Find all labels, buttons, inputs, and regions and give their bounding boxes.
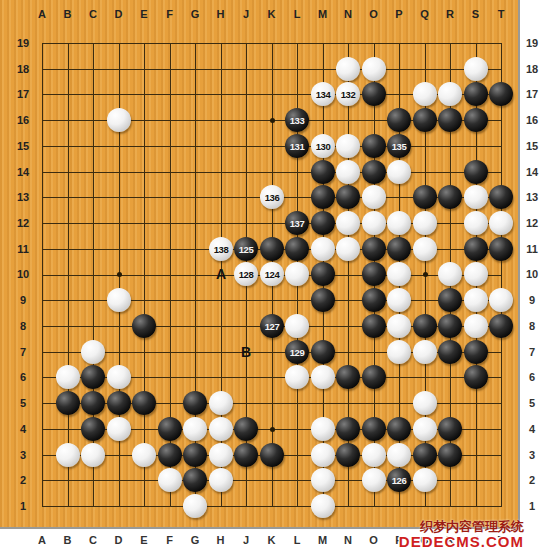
stone-white-H3 xyxy=(209,443,233,467)
label-mark-B: B xyxy=(234,340,258,364)
stone-black-P16 xyxy=(387,108,411,132)
stone-white-Q4 xyxy=(413,417,437,441)
star-point-K4 xyxy=(270,427,275,432)
row-label-left-18: 18 xyxy=(12,62,34,76)
stone-black-S17 xyxy=(464,82,488,106)
stone-black-M14 xyxy=(311,160,335,184)
stone-white-O18 xyxy=(362,57,386,81)
stone-white-Q2 xyxy=(413,468,437,492)
stone-black-S7 xyxy=(464,340,488,364)
stone-white-H4 xyxy=(209,417,233,441)
stone-black-M10 xyxy=(311,262,335,286)
row-label-right-1: 1 xyxy=(521,499,543,513)
stone-black-R3 xyxy=(438,443,462,467)
stone-white-M3 xyxy=(311,443,335,467)
stone-white-S12 xyxy=(464,211,488,235)
stone-white-P3 xyxy=(387,443,411,467)
row-label-left-9: 9 xyxy=(12,293,34,307)
row-label-right-5: 5 xyxy=(521,396,543,410)
col-label-top-H: H xyxy=(210,7,232,21)
stone-white-O2 xyxy=(362,468,386,492)
stone-black-S11 xyxy=(464,237,488,261)
col-label-top-K: K xyxy=(261,7,283,21)
stone-white-F2 xyxy=(158,468,182,492)
row-label-right-13: 13 xyxy=(521,190,543,204)
stone-black-E8 xyxy=(132,314,156,338)
stone-black-O9 xyxy=(362,288,386,312)
col-label-top-F: F xyxy=(159,7,181,21)
col-label-bottom-K: K xyxy=(261,533,283,547)
col-label-bottom-L: L xyxy=(286,533,308,547)
stone-black-S14 xyxy=(464,160,488,184)
stone-white-P8 xyxy=(387,314,411,338)
col-label-top-P: P xyxy=(388,7,410,21)
row-label-right-14: 14 xyxy=(521,165,543,179)
stone-white-O12 xyxy=(362,211,386,235)
stone-black-G5 xyxy=(183,391,207,415)
row-label-right-2: 2 xyxy=(521,473,543,487)
star-point-D10 xyxy=(117,272,122,277)
stone-black-S16 xyxy=(464,108,488,132)
stone-white-L6 xyxy=(285,365,309,389)
stone-black-O17 xyxy=(362,82,386,106)
go-diagram-page: AABBCCDDEEFFGGHHJJKKLLMMNNOOPPQQRRSSTT19… xyxy=(0,0,550,550)
row-label-left-14: 14 xyxy=(12,165,34,179)
stone-white-M1 xyxy=(311,494,335,518)
stone-black-C4 xyxy=(81,417,105,441)
stone-black-F4 xyxy=(158,417,182,441)
stone-black-Q16 xyxy=(413,108,437,132)
stone-black-T17 xyxy=(489,82,513,106)
stone-white-B6 xyxy=(56,365,80,389)
row-label-left-19: 19 xyxy=(12,36,34,50)
row-label-right-12: 12 xyxy=(521,216,543,230)
row-label-left-1: 1 xyxy=(12,499,34,513)
stone-black-N4 xyxy=(336,417,360,441)
stone-white-D6 xyxy=(107,365,131,389)
stone-black-O6 xyxy=(362,365,386,389)
stone-black-M9 xyxy=(311,288,335,312)
stone-white-M17: 134 xyxy=(311,82,335,106)
stone-white-S18 xyxy=(464,57,488,81)
row-label-right-19: 19 xyxy=(521,36,543,50)
stone-white-O3 xyxy=(362,443,386,467)
stone-white-D4 xyxy=(107,417,131,441)
watermark-chinese-text: 织梦内容管理系统 xyxy=(399,519,524,534)
stone-white-G1 xyxy=(183,494,207,518)
stone-black-M12 xyxy=(311,211,335,235)
stone-white-T12 xyxy=(489,211,513,235)
stone-white-M15: 130 xyxy=(311,134,335,158)
stone-white-H5 xyxy=(209,391,233,415)
col-label-bottom-N: N xyxy=(337,533,359,547)
stone-black-S6 xyxy=(464,365,488,389)
stone-white-N12 xyxy=(336,211,360,235)
row-label-left-10: 10 xyxy=(12,267,34,281)
row-label-left-5: 5 xyxy=(12,396,34,410)
stone-black-R4 xyxy=(438,417,462,441)
row-label-left-8: 8 xyxy=(12,319,34,333)
col-label-bottom-M: M xyxy=(312,533,334,547)
stone-black-E5 xyxy=(132,391,156,415)
stone-black-Q3 xyxy=(413,443,437,467)
stone-black-D5 xyxy=(107,391,131,415)
stone-white-N14 xyxy=(336,160,360,184)
col-label-top-T: T xyxy=(490,7,512,21)
row-label-right-10: 10 xyxy=(521,267,543,281)
stone-black-K3 xyxy=(260,443,284,467)
stone-white-H2 xyxy=(209,468,233,492)
stone-black-G2 xyxy=(183,468,207,492)
stone-white-C7 xyxy=(81,340,105,364)
stone-white-J10: 128 xyxy=(234,262,258,286)
col-label-top-A: A xyxy=(31,7,53,21)
row-label-left-3: 3 xyxy=(12,448,34,462)
label-mark-A: A xyxy=(209,262,233,286)
stone-white-Q17 xyxy=(413,82,437,106)
row-label-right-18: 18 xyxy=(521,62,543,76)
col-label-bottom-E: E xyxy=(133,533,155,547)
stone-white-N15 xyxy=(336,134,360,158)
row-label-right-17: 17 xyxy=(521,87,543,101)
row-label-left-2: 2 xyxy=(12,473,34,487)
stone-black-Q8 xyxy=(413,314,437,338)
star-point-Q10 xyxy=(423,272,428,277)
stone-black-M7 xyxy=(311,340,335,364)
stone-white-Q5 xyxy=(413,391,437,415)
col-label-top-O: O xyxy=(363,7,385,21)
stone-white-S10 xyxy=(464,262,488,286)
stone-black-C6 xyxy=(81,365,105,389)
stone-white-M11 xyxy=(311,237,335,261)
stone-black-J4 xyxy=(234,417,258,441)
row-label-right-16: 16 xyxy=(521,113,543,127)
col-label-top-L: L xyxy=(286,7,308,21)
stone-white-P7 xyxy=(387,340,411,364)
row-label-right-15: 15 xyxy=(521,139,543,153)
col-label-bottom-F: F xyxy=(159,533,181,547)
col-label-top-R: R xyxy=(439,7,461,21)
stone-white-N11 xyxy=(336,237,360,261)
row-label-left-12: 12 xyxy=(12,216,34,230)
stone-black-R7 xyxy=(438,340,462,364)
stone-black-R9 xyxy=(438,288,462,312)
stone-black-P11 xyxy=(387,237,411,261)
stone-black-R16 xyxy=(438,108,462,132)
stone-white-S9 xyxy=(464,288,488,312)
col-label-bottom-G: G xyxy=(184,533,206,547)
stone-black-O11 xyxy=(362,237,386,261)
stone-white-P10 xyxy=(387,262,411,286)
row-label-right-8: 8 xyxy=(521,319,543,333)
stone-black-N13 xyxy=(336,185,360,209)
watermark-site-text: DEDECMS.COM xyxy=(399,534,524,549)
col-label-top-E: E xyxy=(133,7,155,21)
col-label-bottom-D: D xyxy=(108,533,130,547)
stone-white-L8 xyxy=(285,314,309,338)
stone-white-Q7 xyxy=(413,340,437,364)
row-label-left-11: 11 xyxy=(12,242,34,256)
stone-white-P12 xyxy=(387,211,411,235)
stone-black-P15: 135 xyxy=(387,134,411,158)
stone-black-O8 xyxy=(362,314,386,338)
col-label-top-Q: Q xyxy=(414,7,436,21)
col-label-bottom-C: C xyxy=(82,533,104,547)
stone-black-K8: 127 xyxy=(260,314,284,338)
row-label-left-4: 4 xyxy=(12,422,34,436)
stone-black-B5 xyxy=(56,391,80,415)
stone-white-Q12 xyxy=(413,211,437,235)
stone-black-J11: 125 xyxy=(234,237,258,261)
col-label-top-B: B xyxy=(57,7,79,21)
col-label-top-S: S xyxy=(465,7,487,21)
col-label-bottom-A: A xyxy=(31,533,53,547)
stone-white-R17 xyxy=(438,82,462,106)
stone-black-T8 xyxy=(489,314,513,338)
col-label-bottom-O: O xyxy=(363,533,385,547)
col-label-bottom-B: B xyxy=(57,533,79,547)
stone-white-T9 xyxy=(489,288,513,312)
col-label-bottom-H: H xyxy=(210,533,232,547)
stone-white-D9 xyxy=(107,288,131,312)
stone-black-T13 xyxy=(489,185,513,209)
col-label-bottom-J: J xyxy=(235,533,257,547)
col-label-top-N: N xyxy=(337,7,359,21)
row-label-left-17: 17 xyxy=(12,87,34,101)
star-point-K16 xyxy=(270,118,275,123)
stone-black-P2: 126 xyxy=(387,468,411,492)
row-label-right-3: 3 xyxy=(521,448,543,462)
stone-black-G3 xyxy=(183,443,207,467)
row-label-right-7: 7 xyxy=(521,345,543,359)
row-label-left-16: 16 xyxy=(12,113,34,127)
stone-black-J3 xyxy=(234,443,258,467)
stone-black-P4 xyxy=(387,417,411,441)
stone-black-L15: 131 xyxy=(285,134,309,158)
col-label-top-C: C xyxy=(82,7,104,21)
row-label-left-7: 7 xyxy=(12,345,34,359)
row-label-right-6: 6 xyxy=(521,370,543,384)
stone-white-M6 xyxy=(311,365,335,389)
stone-white-C3 xyxy=(81,443,105,467)
stone-black-C5 xyxy=(81,391,105,415)
stone-black-Q13 xyxy=(413,185,437,209)
stone-white-S8 xyxy=(464,314,488,338)
stone-white-M4 xyxy=(311,417,335,441)
stone-white-O13 xyxy=(362,185,386,209)
col-label-top-J: J xyxy=(235,7,257,21)
stone-white-B3 xyxy=(56,443,80,467)
stone-black-O15 xyxy=(362,134,386,158)
col-label-top-D: D xyxy=(108,7,130,21)
stone-white-N18 xyxy=(336,57,360,81)
stone-white-P14 xyxy=(387,160,411,184)
col-label-top-M: M xyxy=(312,7,334,21)
stone-black-O4 xyxy=(362,417,386,441)
stone-black-O14 xyxy=(362,160,386,184)
stone-black-K11 xyxy=(260,237,284,261)
col-label-top-G: G xyxy=(184,7,206,21)
stone-white-N17: 132 xyxy=(336,82,360,106)
row-label-right-9: 9 xyxy=(521,293,543,307)
stone-white-P9 xyxy=(387,288,411,312)
stone-black-N6 xyxy=(336,365,360,389)
stone-black-O10 xyxy=(362,262,386,286)
stone-white-Q11 xyxy=(413,237,437,261)
stone-white-L10 xyxy=(285,262,309,286)
stone-black-R13 xyxy=(438,185,462,209)
stone-white-M2 xyxy=(311,468,335,492)
stone-black-L7: 129 xyxy=(285,340,309,364)
row-label-left-15: 15 xyxy=(12,139,34,153)
stone-white-D16 xyxy=(107,108,131,132)
stone-black-N3 xyxy=(336,443,360,467)
stone-white-S13 xyxy=(464,185,488,209)
row-label-left-13: 13 xyxy=(12,190,34,204)
row-label-right-4: 4 xyxy=(521,422,543,436)
stone-white-E3 xyxy=(132,443,156,467)
stone-white-H11: 138 xyxy=(209,237,233,261)
stone-black-L16: 133 xyxy=(285,108,309,132)
stone-white-R10 xyxy=(438,262,462,286)
stone-white-G4 xyxy=(183,417,207,441)
stone-black-L12: 137 xyxy=(285,211,309,235)
watermark: 织梦内容管理系统 DEDECMS.COM xyxy=(399,519,524,549)
row-label-left-6: 6 xyxy=(12,370,34,384)
stone-black-F3 xyxy=(158,443,182,467)
row-label-right-11: 11 xyxy=(521,242,543,256)
stone-black-L11 xyxy=(285,237,309,261)
stone-black-T11 xyxy=(489,237,513,261)
stone-black-M13 xyxy=(311,185,335,209)
stone-white-K10: 124 xyxy=(260,262,284,286)
stone-black-R8 xyxy=(438,314,462,338)
stone-white-K13: 136 xyxy=(260,185,284,209)
